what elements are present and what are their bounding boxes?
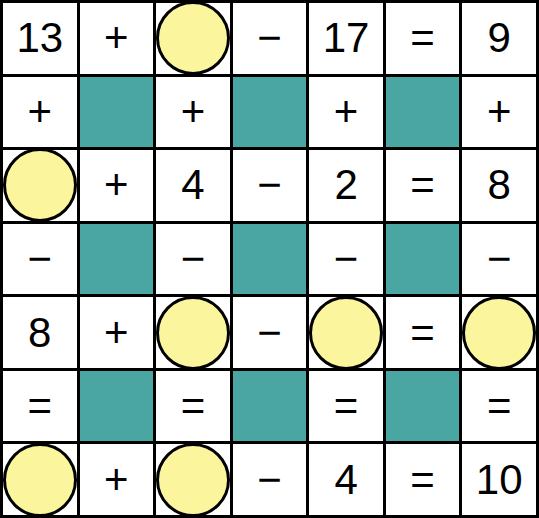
operator-glyph: −	[257, 459, 282, 501]
answer-circle-cell-r7c1[interactable]	[3, 444, 77, 515]
operator-cell-r2c3: +	[156, 77, 230, 148]
blocked-cell-r6c2	[80, 371, 154, 442]
operator-glyph: +	[104, 17, 129, 59]
number-glyph: 9	[488, 17, 511, 59]
operator-cell-r6c5: =	[309, 371, 383, 442]
operator-glyph: =	[487, 385, 512, 427]
number-cell-r1c1: 13	[3, 3, 77, 74]
answer-circle[interactable]	[309, 296, 383, 370]
operator-glyph: =	[410, 312, 435, 354]
blocked-cell-r6c4	[233, 371, 307, 442]
answer-circle-cell-r5c5[interactable]	[309, 297, 383, 368]
operator-glyph: =	[334, 385, 359, 427]
answer-circle[interactable]	[156, 296, 230, 370]
operator-glyph: +	[104, 312, 129, 354]
blocked-cell-r2c6	[386, 77, 460, 148]
number-glyph: 4	[334, 459, 357, 501]
number-cell-r3c5: 2	[309, 150, 383, 221]
operator-cell-r7c2: +	[80, 444, 154, 515]
answer-circle[interactable]	[156, 443, 230, 517]
operator-cell-r3c2: +	[80, 150, 154, 221]
answer-circle-cell-r5c7[interactable]	[462, 297, 536, 368]
operator-cell-r3c6: =	[386, 150, 460, 221]
operator-cell-r2c5: +	[309, 77, 383, 148]
operator-cell-r1c4: −	[233, 3, 307, 74]
operator-cell-r4c5: −	[309, 224, 383, 295]
number-cell-r3c7: 8	[462, 150, 536, 221]
answer-circle[interactable]	[156, 1, 230, 75]
operator-cell-r5c2: +	[80, 297, 154, 368]
number-glyph: 2	[334, 164, 357, 206]
operator-cell-r6c3: =	[156, 371, 230, 442]
operator-cell-r4c7: −	[462, 224, 536, 295]
operator-glyph: =	[410, 17, 435, 59]
blocked-cell-r4c4	[233, 224, 307, 295]
blocked-cell-r4c6	[386, 224, 460, 295]
operator-glyph: −	[257, 312, 282, 354]
operator-glyph: =	[28, 385, 53, 427]
blocked-cell-r2c4	[233, 77, 307, 148]
number-cell-r1c7: 9	[462, 3, 536, 74]
operator-glyph: =	[181, 385, 206, 427]
answer-circle-cell-r5c3[interactable]	[156, 297, 230, 368]
answer-circle[interactable]	[462, 296, 536, 370]
operator-glyph: +	[104, 164, 129, 206]
operator-cell-r5c4: −	[233, 297, 307, 368]
answer-circle-cell-r7c3[interactable]	[156, 444, 230, 515]
number-cell-r1c5: 17	[309, 3, 383, 74]
answer-circle[interactable]	[3, 148, 77, 222]
operator-glyph: =	[410, 459, 435, 501]
number-glyph: 13	[16, 17, 63, 59]
operator-cell-r7c4: −	[233, 444, 307, 515]
operator-glyph: −	[334, 238, 359, 280]
operator-glyph: +	[487, 91, 512, 133]
operator-cell-r1c2: +	[80, 3, 154, 74]
operator-glyph: −	[181, 238, 206, 280]
operator-glyph: −	[28, 238, 53, 280]
operator-glyph: +	[181, 91, 206, 133]
operator-cell-r1c6: =	[386, 3, 460, 74]
number-glyph: 8	[488, 164, 511, 206]
blocked-cell-r6c6	[386, 371, 460, 442]
operator-glyph: −	[257, 164, 282, 206]
operator-glyph: +	[28, 91, 53, 133]
number-glyph: 10	[476, 459, 523, 501]
operator-glyph: −	[487, 238, 512, 280]
number-cell-r7c7: 10	[462, 444, 536, 515]
puzzle-board: 13+−17=9+++++4−2=8−−−−8+−=====+−4=10	[0, 0, 539, 518]
operator-cell-r4c1: −	[3, 224, 77, 295]
operator-cell-r6c1: =	[3, 371, 77, 442]
operator-cell-r5c6: =	[386, 297, 460, 368]
operator-cell-r6c7: =	[462, 371, 536, 442]
operator-glyph: −	[257, 17, 282, 59]
number-glyph: 8	[28, 312, 51, 354]
blocked-cell-r4c2	[80, 224, 154, 295]
operator-cell-r2c1: +	[3, 77, 77, 148]
number-cell-r3c3: 4	[156, 150, 230, 221]
operator-glyph: +	[104, 459, 129, 501]
operator-cell-r4c3: −	[156, 224, 230, 295]
number-cell-r5c1: 8	[3, 297, 77, 368]
number-cell-r7c5: 4	[309, 444, 383, 515]
answer-circle[interactable]	[3, 443, 77, 517]
operator-glyph: =	[410, 164, 435, 206]
operator-cell-r3c4: −	[233, 150, 307, 221]
answer-circle-cell-r3c1[interactable]	[3, 150, 77, 221]
operator-glyph: +	[334, 91, 359, 133]
number-glyph: 17	[323, 17, 370, 59]
number-glyph: 4	[181, 164, 204, 206]
blocked-cell-r2c2	[80, 77, 154, 148]
operator-cell-r2c7: +	[462, 77, 536, 148]
answer-circle-cell-r1c3[interactable]	[156, 3, 230, 74]
operator-cell-r7c6: =	[386, 444, 460, 515]
